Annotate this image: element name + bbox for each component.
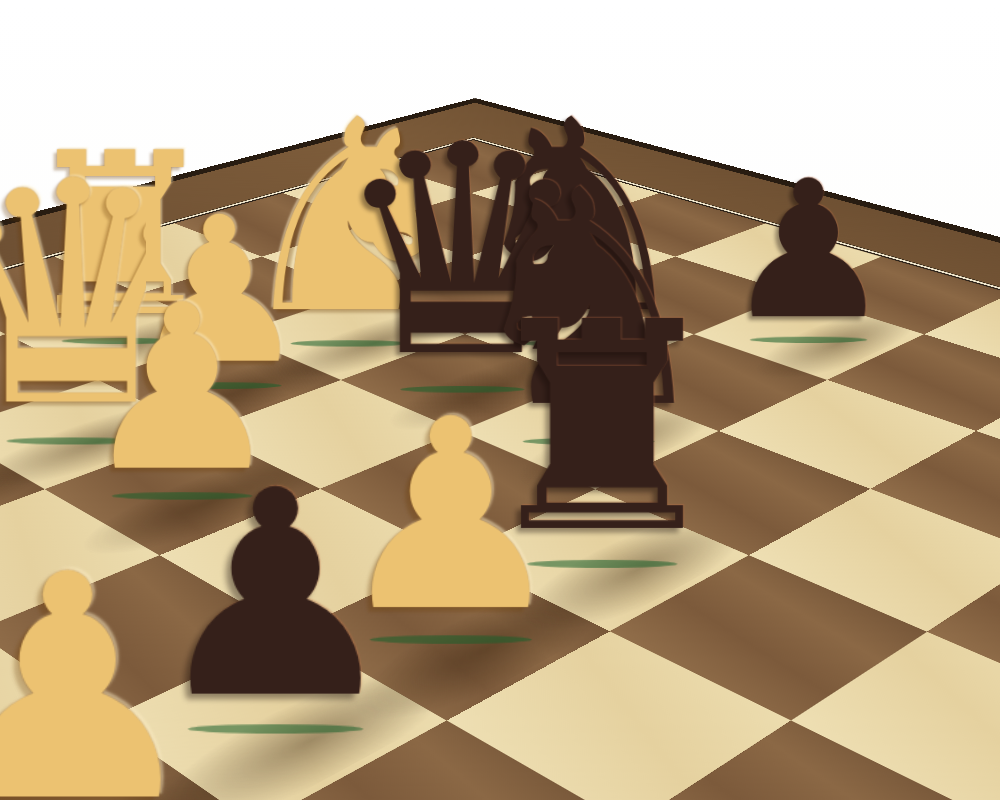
- chess-board: ♜♞♚♛♟♞♟♟♛♞♞♟♟♟♟♜: [0, 98, 1000, 800]
- piece-white-pawn-a3: ♟: [0, 534, 503, 800]
- square-a3: ♟: [0, 720, 255, 800]
- scene: ♜♞♚♛♟♞♟♟♛♞♞♟♟♟♟♜: [0, 0, 1000, 800]
- board-playing-area: ♜♞♚♛♟♞♟♟♛♞♞♟♟♟♟♜: [0, 140, 1000, 800]
- photo-frame: ♜♞♚♛♟♞♟♟♛♞♞♟♟♟♟♜: [0, 0, 1000, 800]
- pawn-glyph: ♟: [0, 508, 207, 800]
